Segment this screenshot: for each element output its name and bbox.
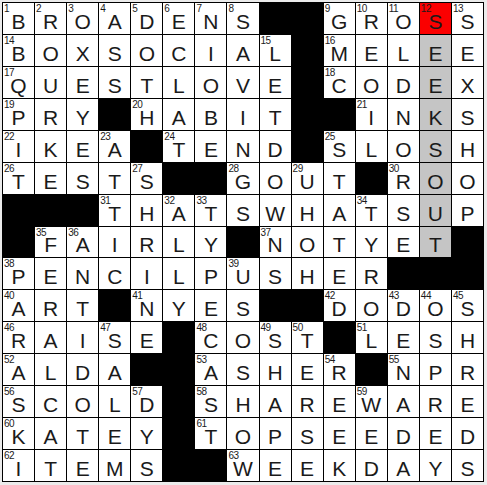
grid-cell-black xyxy=(3,195,34,226)
grid-cell-white[interactable]: L xyxy=(99,386,130,417)
cell-letter: Y xyxy=(163,297,194,320)
grid-cell-white[interactable]: 22I xyxy=(3,131,34,162)
grid-cell-white[interactable]: A xyxy=(388,450,419,481)
grid-cell-white[interactable]: S xyxy=(420,322,451,353)
grid-cell-white[interactable]: I xyxy=(131,258,162,289)
grid-cell-white[interactable]: 37N xyxy=(260,227,291,258)
grid-cell-white[interactable]: 16M xyxy=(324,35,355,66)
grid-cell-white[interactable]: E xyxy=(388,322,419,353)
cell-letter: R xyxy=(35,106,66,129)
grid-cell-white[interactable]: S xyxy=(99,67,130,98)
cell-letter: E xyxy=(388,329,419,352)
grid-cell-black xyxy=(195,163,226,194)
cell-letter: O xyxy=(227,425,258,448)
cell-letter: B xyxy=(3,42,34,65)
grid-cell-white[interactable]: 51L xyxy=(356,322,387,353)
grid-cell-black xyxy=(452,227,483,258)
grid-cell-white[interactable]: E xyxy=(356,35,387,66)
cell-letter: O xyxy=(67,393,98,416)
grid-cell-white[interactable]: O xyxy=(227,322,258,353)
cell-letter: T xyxy=(35,457,66,480)
grid-cell-white[interactable]: C xyxy=(163,35,194,66)
grid-cell-white[interactable]: S xyxy=(227,354,258,385)
grid-cell-black xyxy=(356,163,387,194)
cell-letter: L xyxy=(388,42,419,65)
grid-cell-white[interactable]: D xyxy=(452,418,483,449)
grid-cell-white[interactable]: 52A xyxy=(3,354,34,385)
cell-letter: O xyxy=(388,10,419,33)
cell-letter: L xyxy=(35,361,66,384)
cell-letter: T xyxy=(131,74,162,97)
cell-letter: N xyxy=(227,138,258,161)
grid-cell-white[interactable]: R xyxy=(131,227,162,258)
grid-cell-white[interactable]: 61T xyxy=(195,418,226,449)
grid-cell-white[interactable]: 50T xyxy=(292,322,323,353)
cell-letter: Y xyxy=(67,106,98,129)
grid-cell-gray-highlight[interactable]: E xyxy=(420,35,451,66)
grid-cell-white[interactable]: T xyxy=(35,450,66,481)
grid-cell-white[interactable]: E xyxy=(195,290,226,321)
cell-letter: T xyxy=(99,170,130,193)
cell-letter: E xyxy=(67,74,98,97)
cell-letter: E xyxy=(452,42,483,65)
grid-cell-white[interactable]: D xyxy=(260,131,291,162)
grid-cell-white[interactable]: 17Q xyxy=(3,67,34,98)
grid-cell-white[interactable]: O xyxy=(356,290,387,321)
grid-cell-white[interactable]: E xyxy=(324,258,355,289)
grid-cell-white[interactable]: 32A xyxy=(163,195,194,226)
grid-cell-white[interactable]: 18C xyxy=(324,67,355,98)
cell-letter: L xyxy=(356,329,387,352)
crossword-grid: 1B2R3O4A5D6E7N8S9G10R11O12S13S14BOXSOCIA… xyxy=(2,2,484,482)
grid-cell-white[interactable]: 59W xyxy=(356,386,387,417)
cell-letter: O xyxy=(67,10,98,33)
grid-cell-white[interactable]: 43D xyxy=(388,290,419,321)
grid-cell-white[interactable]: S xyxy=(131,450,162,481)
grid-cell-white[interactable]: 57D xyxy=(131,386,162,417)
grid-cell-red-highlight[interactable]: 12S xyxy=(420,3,451,34)
cell-letter: H xyxy=(260,361,291,384)
grid-cell-white[interactable]: 38P xyxy=(3,258,34,289)
grid-cell-black xyxy=(195,450,226,481)
cell-letter: T xyxy=(3,170,34,193)
grid-cell-white[interactable]: R xyxy=(420,386,451,417)
grid-cell-white[interactable]: P xyxy=(452,195,483,226)
cell-letter: T xyxy=(324,170,355,193)
grid-cell-white[interactable]: 53A xyxy=(195,354,226,385)
cell-letter: K xyxy=(420,106,451,129)
cell-letter: Y xyxy=(131,425,162,448)
cell-letter: E xyxy=(292,361,323,384)
cell-letter: E xyxy=(99,425,130,448)
cell-letter: T xyxy=(324,233,355,256)
grid-cell-white[interactable]: Y xyxy=(420,450,451,481)
grid-cell-white[interactable]: X xyxy=(452,67,483,98)
cell-letter: H xyxy=(131,202,162,225)
grid-cell-white[interactable]: R xyxy=(292,386,323,417)
grid-cell-white[interactable]: E xyxy=(292,450,323,481)
cell-letter: S xyxy=(227,361,258,384)
cell-letter: M xyxy=(99,457,130,480)
grid-cell-white[interactable]: K xyxy=(35,131,66,162)
cell-letter: O xyxy=(388,138,419,161)
grid-cell-gray-highlight[interactable]: S xyxy=(420,131,451,162)
grid-cell-white[interactable]: E xyxy=(260,67,291,98)
grid-cell-white[interactable]: 23A xyxy=(99,131,130,162)
grid-cell-white[interactable]: L xyxy=(163,67,194,98)
grid-cell-white[interactable]: L xyxy=(163,258,194,289)
grid-cell-black xyxy=(227,227,258,258)
grid-cell-white[interactable]: E xyxy=(292,354,323,385)
grid-cell-white[interactable]: L xyxy=(388,35,419,66)
cell-letter: S xyxy=(452,10,483,33)
grid-cell-white[interactable]: W xyxy=(260,195,291,226)
cell-letter: L xyxy=(356,138,387,161)
cell-letter: H xyxy=(292,265,323,288)
cell-letter: S xyxy=(388,202,419,225)
cell-letter: M xyxy=(324,42,355,65)
grid-cell-white[interactable]: 21I xyxy=(356,99,387,130)
grid-cell-white[interactable]: S xyxy=(292,418,323,449)
grid-cell-white[interactable]: 45S xyxy=(452,290,483,321)
grid-cell-white[interactable]: I xyxy=(227,99,258,130)
grid-cell-white[interactable]: 1B xyxy=(3,3,34,34)
grid-cell-white[interactable]: H xyxy=(131,195,162,226)
grid-cell-white[interactable]: S xyxy=(67,163,98,194)
grid-cell-white[interactable]: 31T xyxy=(99,195,130,226)
grid-cell-white[interactable]: E xyxy=(356,418,387,449)
grid-cell-white[interactable]: 36A xyxy=(67,227,98,258)
grid-cell-white[interactable]: 49S xyxy=(260,322,291,353)
grid-cell-white[interactable]: H xyxy=(292,195,323,226)
cell-letter: P xyxy=(452,202,483,225)
cell-letter: S xyxy=(3,393,34,416)
cell-letter: D xyxy=(388,74,419,97)
grid-cell-white[interactable]: 14B xyxy=(3,35,34,66)
cell-letter: D xyxy=(452,425,483,448)
grid-cell-white[interactable]: T xyxy=(131,67,162,98)
grid-cell-white[interactable]: N xyxy=(227,131,258,162)
grid-cell-white[interactable]: S xyxy=(452,99,483,130)
grid-cell-white[interactable]: 9G xyxy=(324,3,355,34)
cell-letter: S xyxy=(131,457,162,480)
grid-cell-white[interactable]: E xyxy=(388,227,419,258)
grid-cell-white[interactable]: 6E xyxy=(163,3,194,34)
grid-cell-white[interactable]: M xyxy=(99,450,130,481)
cell-letter: H xyxy=(452,138,483,161)
cell-letter: V xyxy=(227,74,258,97)
grid-cell-black xyxy=(163,386,194,417)
grid-cell-white[interactable]: Y xyxy=(195,227,226,258)
cell-letter: E xyxy=(324,265,355,288)
grid-cell-gray-highlight[interactable]: T xyxy=(420,227,451,258)
grid-cell-white[interactable]: I xyxy=(99,227,130,258)
grid-cell-white[interactable]: E xyxy=(35,258,66,289)
grid-cell-white[interactable]: R xyxy=(35,99,66,130)
grid-cell-white[interactable]: D xyxy=(67,354,98,385)
grid-cell-white[interactable]: 33T xyxy=(195,195,226,226)
grid-cell-white[interactable]: O xyxy=(227,418,258,449)
grid-cell-white[interactable]: O xyxy=(131,35,162,66)
cell-letter: E xyxy=(35,265,66,288)
cell-letter: R xyxy=(356,10,387,33)
grid-cell-white[interactable]: O xyxy=(35,35,66,66)
cell-letter: R xyxy=(292,393,323,416)
grid-cell-white[interactable]: O xyxy=(388,131,419,162)
grid-cell-white[interactable]: T xyxy=(260,99,291,130)
grid-cell-white[interactable]: R xyxy=(356,258,387,289)
grid-cell-white[interactable]: H xyxy=(452,322,483,353)
grid-cell-white[interactable]: T xyxy=(67,290,98,321)
grid-cell-white[interactable]: 10R xyxy=(356,3,387,34)
grid-cell-black xyxy=(99,290,130,321)
grid-cell-white[interactable]: I xyxy=(195,35,226,66)
grid-cell-white[interactable]: B xyxy=(195,99,226,130)
grid-cell-white[interactable]: E xyxy=(260,450,291,481)
grid-cell-white[interactable]: 11O xyxy=(388,3,419,34)
grid-cell-white[interactable]: O xyxy=(260,163,291,194)
grid-cell-white[interactable]: X xyxy=(67,35,98,66)
grid-cell-white[interactable]: H xyxy=(260,354,291,385)
grid-cell-white[interactable]: S xyxy=(260,258,291,289)
grid-cell-black xyxy=(163,163,194,194)
cell-letter: L xyxy=(163,233,194,256)
grid-cell-white[interactable]: 41N xyxy=(131,290,162,321)
grid-cell-white[interactable]: 35F xyxy=(35,227,66,258)
grid-cell-white[interactable]: 20H xyxy=(131,99,162,130)
cell-letter: I xyxy=(67,329,98,352)
grid-cell-white[interactable]: 63W xyxy=(227,450,258,481)
cell-letter: G xyxy=(324,10,355,33)
cell-letter: K xyxy=(35,138,66,161)
grid-cell-white[interactable]: 4A xyxy=(99,3,130,34)
grid-cell-black xyxy=(67,195,98,226)
grid-cell-white[interactable]: P xyxy=(260,418,291,449)
grid-cell-white[interactable]: A xyxy=(35,418,66,449)
grid-cell-white[interactable]: E xyxy=(67,450,98,481)
grid-cell-white[interactable]: E xyxy=(452,35,483,66)
grid-cell-white[interactable]: 34T xyxy=(356,195,387,226)
grid-cell-white[interactable]: 42D xyxy=(324,290,355,321)
grid-cell-white[interactable]: P xyxy=(195,258,226,289)
cell-letter: I xyxy=(3,138,34,161)
grid-cell-white[interactable]: N xyxy=(67,258,98,289)
grid-cell-white[interactable]: S xyxy=(452,450,483,481)
cell-letter: A xyxy=(35,329,66,352)
cell-letter: X xyxy=(67,42,98,65)
grid-cell-black xyxy=(324,99,355,130)
grid-cell-gray-highlight[interactable]: E xyxy=(420,67,451,98)
grid-cell-black xyxy=(292,99,323,130)
cell-letter: A xyxy=(260,393,291,416)
cell-letter: E xyxy=(356,42,387,65)
grid-cell-white[interactable]: O xyxy=(292,227,323,258)
cell-letter: T xyxy=(195,202,226,225)
grid-cell-white[interactable]: E xyxy=(67,131,98,162)
grid-cell-white[interactable]: Y xyxy=(67,99,98,130)
cell-letter: S xyxy=(227,202,258,225)
cell-letter: Y xyxy=(195,233,226,256)
cell-letter: K xyxy=(324,457,355,480)
cell-letter: S xyxy=(260,329,291,352)
grid-cell-white[interactable]: I xyxy=(67,322,98,353)
grid-cell-white[interactable]: 2R xyxy=(35,3,66,34)
grid-cell-white[interactable]: 54R xyxy=(324,354,355,385)
grid-cell-white[interactable]: A xyxy=(227,35,258,66)
grid-cell-white[interactable]: 26T xyxy=(3,163,34,194)
grid-cell-white[interactable]: 27S xyxy=(131,163,162,194)
cell-letter: I xyxy=(3,457,34,480)
grid-cell-white[interactable]: O xyxy=(452,163,483,194)
grid-cell-white[interactable]: S xyxy=(227,195,258,226)
grid-cell-white[interactable]: 8S xyxy=(227,3,258,34)
grid-cell-white[interactable]: U xyxy=(35,67,66,98)
grid-cell-white[interactable]: 30R xyxy=(388,163,419,194)
cell-letter: C xyxy=(35,393,66,416)
grid-cell-white[interactable]: T xyxy=(324,227,355,258)
grid-cell-white[interactable]: E xyxy=(67,67,98,98)
cell-letter: L xyxy=(260,42,291,65)
grid-cell-gray-highlight[interactable]: K xyxy=(420,99,451,130)
grid-cell-white[interactable]: A xyxy=(99,354,130,385)
grid-cell-white[interactable]: A xyxy=(163,99,194,130)
grid-cell-white[interactable]: D xyxy=(356,450,387,481)
grid-cell-white[interactable]: E xyxy=(131,322,162,353)
grid-cell-black xyxy=(388,258,419,289)
grid-cell-white[interactable]: 44O xyxy=(420,290,451,321)
cell-letter: D xyxy=(388,425,419,448)
grid-cell-white[interactable]: 24T xyxy=(163,131,194,162)
grid-cell-white[interactable]: 62I xyxy=(3,450,34,481)
grid-cell-white[interactable]: V xyxy=(227,67,258,98)
grid-cell-white[interactable]: O xyxy=(195,67,226,98)
cell-letter: T xyxy=(195,425,226,448)
grid-cell-white[interactable]: T xyxy=(99,163,130,194)
grid-cell-black xyxy=(163,354,194,385)
grid-cell-white[interactable]: C xyxy=(99,258,130,289)
grid-cell-white[interactable]: L xyxy=(35,354,66,385)
grid-cell-white[interactable]: C xyxy=(35,386,66,417)
grid-cell-white[interactable]: O xyxy=(356,67,387,98)
grid-cell-white[interactable]: 13S xyxy=(452,3,483,34)
cell-letter: S xyxy=(420,10,451,33)
grid-cell-gray-highlight[interactable]: O xyxy=(420,163,451,194)
grid-cell-white[interactable]: 46R xyxy=(3,322,34,353)
grid-cell-white[interactable]: 39U xyxy=(227,258,258,289)
grid-cell-white[interactable]: 29U xyxy=(292,163,323,194)
cell-letter: E xyxy=(388,233,419,256)
cell-letter: Q xyxy=(3,74,34,97)
grid-cell-white[interactable]: E xyxy=(452,386,483,417)
cell-letter: O xyxy=(356,74,387,97)
cell-letter: S xyxy=(324,138,355,161)
grid-cell-white[interactable]: P xyxy=(420,354,451,385)
cell-letter: F xyxy=(35,233,66,256)
grid-cell-white[interactable]: Y xyxy=(356,227,387,258)
grid-cell-white[interactable]: 7N xyxy=(195,3,226,34)
grid-cell-white[interactable]: T xyxy=(67,418,98,449)
cell-letter: E xyxy=(35,170,66,193)
cell-letter: T xyxy=(260,106,291,129)
cell-letter: P xyxy=(3,265,34,288)
cell-letter: E xyxy=(356,425,387,448)
grid-cell-white[interactable]: A xyxy=(324,195,355,226)
grid-cell-white[interactable]: H xyxy=(227,386,258,417)
grid-cell-white[interactable]: 15L xyxy=(260,35,291,66)
grid-cell-white[interactable]: 47S xyxy=(99,322,130,353)
cell-letter: X xyxy=(452,74,483,97)
grid-cell-white[interactable]: R xyxy=(452,354,483,385)
grid-cell-white[interactable]: 58S xyxy=(195,386,226,417)
grid-cell-black xyxy=(163,322,194,353)
grid-cell-gray-highlight[interactable]: U xyxy=(420,195,451,226)
cell-letter: S xyxy=(99,329,130,352)
grid-cell-white[interactable]: E xyxy=(324,386,355,417)
cell-letter: N xyxy=(195,10,226,33)
grid-cell-white[interactable]: 5D xyxy=(131,3,162,34)
grid-cell-white[interactable]: A xyxy=(388,386,419,417)
grid-cell-white[interactable]: E xyxy=(324,418,355,449)
grid-cell-white[interactable]: Y xyxy=(131,418,162,449)
cell-letter: A xyxy=(67,233,98,256)
grid-cell-white[interactable]: D xyxy=(388,67,419,98)
cell-letter: E xyxy=(67,138,98,161)
cell-letter: H xyxy=(292,202,323,225)
cell-letter: N xyxy=(67,265,98,288)
cell-letter: O xyxy=(292,233,323,256)
grid-cell-white[interactable]: A xyxy=(260,386,291,417)
grid-cell-white[interactable]: L xyxy=(356,131,387,162)
grid-cell-white[interactable]: Y xyxy=(163,290,194,321)
cell-letter: S xyxy=(260,265,291,288)
grid-cell-white[interactable]: S xyxy=(99,35,130,66)
grid-cell-white[interactable]: S xyxy=(227,290,258,321)
grid-cell-white[interactable]: 56S xyxy=(3,386,34,417)
grid-cell-white[interactable]: L xyxy=(163,227,194,258)
grid-cell-white[interactable]: E xyxy=(35,163,66,194)
cell-letter: S xyxy=(420,138,451,161)
grid-cell-white[interactable]: 3O xyxy=(67,3,98,34)
grid-cell-white[interactable]: 28G xyxy=(227,163,258,194)
grid-cell-white[interactable]: E xyxy=(420,418,451,449)
grid-cell-white[interactable]: K xyxy=(324,450,355,481)
grid-cell-white[interactable]: H xyxy=(292,258,323,289)
grid-cell-white[interactable]: N xyxy=(388,99,419,130)
cell-letter: A xyxy=(99,361,130,384)
cell-letter: E xyxy=(420,42,451,65)
grid-cell-white[interactable]: 55N xyxy=(388,354,419,385)
grid-cell-white[interactable]: 40A xyxy=(3,290,34,321)
grid-cell-white[interactable]: 25S xyxy=(324,131,355,162)
grid-cell-white[interactable]: E xyxy=(99,418,130,449)
grid-cell-white[interactable]: H xyxy=(452,131,483,162)
grid-cell-white[interactable]: E xyxy=(195,131,226,162)
cell-letter: P xyxy=(3,106,34,129)
grid-cell-white[interactable]: 19P xyxy=(3,99,34,130)
grid-cell-white[interactable]: R xyxy=(35,290,66,321)
grid-cell-white[interactable]: 60K xyxy=(3,418,34,449)
cell-letter: U xyxy=(227,265,258,288)
grid-cell-white[interactable]: T xyxy=(324,163,355,194)
cell-letter: N xyxy=(388,361,419,384)
cell-letter: A xyxy=(163,202,194,225)
grid-cell-white[interactable]: A xyxy=(35,322,66,353)
grid-cell-white[interactable]: S xyxy=(388,195,419,226)
grid-cell-white[interactable]: 48C xyxy=(195,322,226,353)
grid-cell-white[interactable]: O xyxy=(67,386,98,417)
cell-letter: O xyxy=(227,329,258,352)
grid-cell-white[interactable]: D xyxy=(388,418,419,449)
